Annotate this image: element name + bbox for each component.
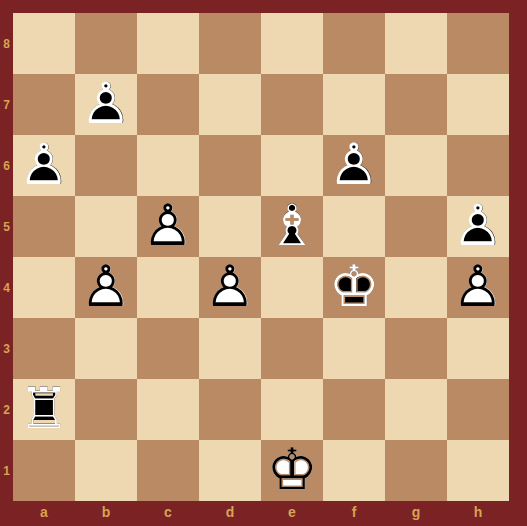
rank-label-5: 5 xyxy=(0,196,13,257)
square-e5[interactable]: ♝♗ xyxy=(261,196,323,257)
rank-labels: 87654321 xyxy=(0,13,13,501)
square-g7[interactable] xyxy=(385,74,447,135)
bishop-glyph-outline: ♗ xyxy=(261,195,323,256)
square-b6[interactable] xyxy=(75,135,137,196)
square-c7[interactable] xyxy=(137,74,199,135)
square-a5[interactable] xyxy=(13,196,75,257)
file-labels: abcdefgh xyxy=(13,501,509,526)
square-c2[interactable] xyxy=(137,379,199,440)
square-h6[interactable] xyxy=(447,135,509,196)
square-c8[interactable] xyxy=(137,13,199,74)
square-a6[interactable]: ♟♙ xyxy=(13,135,75,196)
file-label-a: a xyxy=(13,501,75,526)
file-label-e: e xyxy=(261,501,323,526)
square-a8[interactable] xyxy=(13,13,75,74)
square-h4[interactable]: ♟♙ xyxy=(447,257,509,318)
pawn-glyph-outline: ♙ xyxy=(75,73,137,134)
square-f3[interactable] xyxy=(323,318,385,379)
square-b5[interactable] xyxy=(75,196,137,257)
square-f7[interactable] xyxy=(323,74,385,135)
square-e1[interactable]: ♚♔ xyxy=(261,440,323,501)
square-e2[interactable] xyxy=(261,379,323,440)
square-a7[interactable] xyxy=(13,74,75,135)
pawn-glyph-outline: ♙ xyxy=(199,256,261,317)
square-f8[interactable] xyxy=(323,13,385,74)
square-h2[interactable] xyxy=(447,379,509,440)
square-d6[interactable] xyxy=(199,135,261,196)
square-d8[interactable] xyxy=(199,13,261,74)
square-b3[interactable] xyxy=(75,318,137,379)
square-e8[interactable] xyxy=(261,13,323,74)
file-label-h: h xyxy=(447,501,509,526)
square-e4[interactable] xyxy=(261,257,323,318)
square-c3[interactable] xyxy=(137,318,199,379)
square-d5[interactable] xyxy=(199,196,261,257)
square-d1[interactable] xyxy=(199,440,261,501)
black-pawn-b7[interactable]: ♟♙ xyxy=(75,74,137,135)
square-f2[interactable] xyxy=(323,379,385,440)
white-pawn-c5[interactable]: ♟♙ xyxy=(137,196,199,257)
white-pawn-h4[interactable]: ♟♙ xyxy=(447,257,509,318)
square-f6[interactable]: ♟♙ xyxy=(323,135,385,196)
square-c4[interactable] xyxy=(137,257,199,318)
square-c6[interactable] xyxy=(137,135,199,196)
pawn-glyph-outline: ♙ xyxy=(75,256,137,317)
square-g2[interactable] xyxy=(385,379,447,440)
rank-label-2: 2 xyxy=(0,379,13,440)
rank-label-6: 6 xyxy=(0,135,13,196)
square-c5[interactable]: ♟♙ xyxy=(137,196,199,257)
square-d3[interactable] xyxy=(199,318,261,379)
square-h5[interactable]: ♟♙ xyxy=(447,196,509,257)
file-label-b: b xyxy=(75,501,137,526)
king-glyph-outline: ♔ xyxy=(261,439,323,500)
square-d2[interactable] xyxy=(199,379,261,440)
square-e7[interactable] xyxy=(261,74,323,135)
black-pawn-f6[interactable]: ♟♙ xyxy=(323,135,385,196)
square-h7[interactable] xyxy=(447,74,509,135)
rank-label-3: 3 xyxy=(0,318,13,379)
square-a4[interactable] xyxy=(13,257,75,318)
pawn-glyph-outline: ♙ xyxy=(137,195,199,256)
pawn-glyph-outline: ♙ xyxy=(13,134,75,195)
white-king-e1[interactable]: ♚♔ xyxy=(261,440,323,501)
black-bishop-e5[interactable]: ♝♗ xyxy=(261,196,323,257)
square-c1[interactable] xyxy=(137,440,199,501)
file-label-c: c xyxy=(137,501,199,526)
rank-label-4: 4 xyxy=(0,257,13,318)
black-rook-a2[interactable]: ♜♖ xyxy=(13,379,75,440)
square-a3[interactable] xyxy=(13,318,75,379)
square-e3[interactable] xyxy=(261,318,323,379)
rank-label-8: 8 xyxy=(0,13,13,74)
rank-label-7: 7 xyxy=(0,74,13,135)
square-a2[interactable]: ♜♖ xyxy=(13,379,75,440)
pawn-glyph-outline: ♙ xyxy=(323,134,385,195)
rook-glyph-outline: ♖ xyxy=(13,378,75,439)
chess-board: ♟♙♟♙♟♙♟♙♝♗♟♙♟♙♟♙♚♔♟♙♜♖♚♔ xyxy=(13,13,509,501)
square-e6[interactable] xyxy=(261,135,323,196)
square-g5[interactable] xyxy=(385,196,447,257)
square-f5[interactable] xyxy=(323,196,385,257)
square-g4[interactable] xyxy=(385,257,447,318)
file-label-g: g xyxy=(385,501,447,526)
square-b4[interactable]: ♟♙ xyxy=(75,257,137,318)
square-d4[interactable]: ♟♙ xyxy=(199,257,261,318)
rank-label-1: 1 xyxy=(0,440,13,501)
square-h3[interactable] xyxy=(447,318,509,379)
square-d7[interactable] xyxy=(199,74,261,135)
square-g3[interactable] xyxy=(385,318,447,379)
pawn-glyph-outline: ♙ xyxy=(447,195,509,256)
file-label-d: d xyxy=(199,501,261,526)
square-b2[interactable] xyxy=(75,379,137,440)
black-pawn-h5[interactable]: ♟♙ xyxy=(447,196,509,257)
square-h8[interactable] xyxy=(447,13,509,74)
square-f4[interactable]: ♚♔ xyxy=(323,257,385,318)
file-label-f: f xyxy=(323,501,385,526)
square-b8[interactable] xyxy=(75,13,137,74)
king-glyph-outline: ♔ xyxy=(323,256,385,317)
square-f1[interactable] xyxy=(323,440,385,501)
square-h1[interactable] xyxy=(447,440,509,501)
black-pawn-a6[interactable]: ♟♙ xyxy=(13,135,75,196)
square-a1[interactable] xyxy=(13,440,75,501)
white-pawn-d4[interactable]: ♟♙ xyxy=(199,257,261,318)
pawn-glyph-outline: ♙ xyxy=(447,256,509,317)
square-b1[interactable] xyxy=(75,440,137,501)
square-g6[interactable] xyxy=(385,135,447,196)
square-g8[interactable] xyxy=(385,13,447,74)
square-b7[interactable]: ♟♙ xyxy=(75,74,137,135)
square-g1[interactable] xyxy=(385,440,447,501)
chess-board-frame: 87654321 ♟♙♟♙♟♙♟♙♝♗♟♙♟♙♟♙♚♔♟♙♜♖♚♔ abcdef… xyxy=(0,0,527,526)
black-king-f4[interactable]: ♚♔ xyxy=(323,257,385,318)
white-pawn-b4[interactable]: ♟♙ xyxy=(75,257,137,318)
